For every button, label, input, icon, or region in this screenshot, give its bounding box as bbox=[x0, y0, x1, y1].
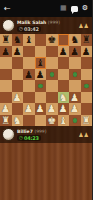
player-rating: (999) bbox=[34, 129, 46, 134]
square-f6[interactable] bbox=[58, 57, 70, 69]
white-pawn: ♟ bbox=[12, 92, 24, 104]
square-h4[interactable] bbox=[81, 80, 93, 92]
square-c6[interactable] bbox=[23, 57, 35, 69]
square-a2[interactable]: ♟ bbox=[0, 103, 12, 115]
captured-pawn-icon: ♟ bbox=[84, 131, 89, 139]
black-pawn: ♟ bbox=[69, 46, 81, 58]
board-icon[interactable]: ▦ bbox=[60, 0, 67, 17]
square-f2[interactable]: ♟ bbox=[58, 103, 70, 115]
black-pawn: ♟ bbox=[0, 46, 12, 58]
legal-move-dot[interactable] bbox=[84, 84, 89, 89]
player-player-bar: Billie7 (999) ◷ 04:23 ♟♟ bbox=[0, 126, 92, 143]
square-a8[interactable]: ♜ bbox=[0, 34, 12, 46]
legal-move-dot[interactable] bbox=[50, 72, 55, 77]
black-king: ♚ bbox=[46, 34, 58, 46]
square-f1[interactable]: ♝ bbox=[58, 115, 70, 127]
opponent-captured-tray: ♟♟ bbox=[78, 22, 90, 30]
square-g4[interactable] bbox=[69, 80, 81, 92]
black-pawn: ♟ bbox=[12, 46, 24, 58]
square-d4[interactable] bbox=[35, 80, 47, 92]
captured-pawn-icon: ♟ bbox=[84, 22, 89, 30]
square-c7[interactable] bbox=[23, 46, 35, 58]
square-h6[interactable] bbox=[81, 57, 93, 69]
player-info: Billie7 (999) ◷ 04:23 bbox=[17, 129, 46, 141]
white-rook: ♜ bbox=[81, 115, 93, 127]
legal-move-dot[interactable] bbox=[38, 84, 43, 89]
square-b3[interactable]: ♟ bbox=[12, 92, 24, 104]
player-clock: ◷ 04:23 bbox=[17, 135, 41, 141]
black-bishop: ♝ bbox=[23, 34, 35, 46]
white-knight: ♞ bbox=[58, 92, 70, 104]
square-a6[interactable] bbox=[0, 57, 12, 69]
square-f4[interactable] bbox=[58, 80, 70, 92]
square-g6[interactable] bbox=[69, 57, 81, 69]
settings-gear-icon[interactable]: ⚙ bbox=[82, 0, 88, 17]
square-b8[interactable]: ♞ bbox=[12, 34, 24, 46]
white-pawn: ♟ bbox=[69, 103, 81, 115]
square-e1[interactable]: ♚ bbox=[46, 115, 58, 127]
white-rook: ♜ bbox=[0, 115, 12, 127]
square-f8[interactable] bbox=[58, 34, 70, 46]
black-knight: ♞ bbox=[12, 34, 24, 46]
top-action-bar: ← ▦ ⚙ bbox=[0, 0, 92, 17]
white-knight: ♞ bbox=[12, 115, 24, 127]
black-rook: ♜ bbox=[81, 34, 93, 46]
square-c1[interactable] bbox=[23, 115, 35, 127]
square-b1[interactable]: ♞ bbox=[12, 115, 24, 127]
back-arrow-icon[interactable]: ← bbox=[4, 0, 11, 17]
white-pawn: ♟ bbox=[0, 103, 12, 115]
square-c5[interactable]: ♟ bbox=[23, 69, 35, 81]
square-a3[interactable] bbox=[0, 92, 12, 104]
white-pawn: ♟ bbox=[69, 92, 81, 104]
square-a5[interactable] bbox=[0, 69, 12, 81]
black-pawn: ♟ bbox=[23, 69, 35, 81]
chat-icon[interactable] bbox=[71, 6, 78, 12]
square-f7[interactable]: ♟ bbox=[58, 46, 70, 58]
square-b5[interactable] bbox=[12, 69, 24, 81]
opponent-rating: (999) bbox=[48, 20, 60, 25]
square-a7[interactable]: ♟ bbox=[0, 46, 12, 58]
square-e8[interactable]: ♚ bbox=[46, 34, 58, 46]
square-e2[interactable]: ♟ bbox=[46, 103, 58, 115]
square-h7[interactable]: ♟ bbox=[81, 46, 93, 58]
white-king: ♚ bbox=[46, 115, 58, 127]
square-f5[interactable] bbox=[58, 69, 70, 81]
square-b4[interactable] bbox=[12, 80, 24, 92]
opponent-name: Malik Salah (999) bbox=[17, 20, 60, 25]
black-pawn: ♟ bbox=[35, 69, 47, 81]
black-knight: ♞ bbox=[69, 34, 81, 46]
opponent-avatar[interactable] bbox=[2, 19, 15, 32]
square-e7[interactable] bbox=[46, 46, 58, 58]
opponent-info: Malik Salah (999) ◷ 03:42 bbox=[17, 20, 60, 32]
square-c4[interactable] bbox=[23, 80, 35, 92]
square-d7[interactable] bbox=[35, 46, 47, 58]
square-g3[interactable]: ♟ bbox=[69, 92, 81, 104]
square-e5[interactable] bbox=[46, 69, 58, 81]
square-g8[interactable]: ♞ bbox=[69, 34, 81, 46]
square-d8[interactable] bbox=[35, 34, 47, 46]
clock-icon: ◷ bbox=[19, 26, 23, 32]
square-d5[interactable]: ♟ bbox=[35, 69, 47, 81]
square-a4[interactable] bbox=[0, 80, 12, 92]
player-avatar[interactable] bbox=[2, 128, 15, 141]
black-rook: ♜ bbox=[0, 34, 12, 46]
black-pawn: ♟ bbox=[81, 46, 93, 58]
square-h5[interactable] bbox=[81, 69, 93, 81]
white-pawn: ♟ bbox=[46, 103, 58, 115]
square-g5[interactable] bbox=[69, 69, 81, 81]
square-h3[interactable] bbox=[81, 92, 93, 104]
white-pawn: ♟ bbox=[58, 103, 70, 115]
clock-icon: ◷ bbox=[19, 135, 23, 141]
white-bishop: ♝ bbox=[58, 115, 70, 127]
player-clock-time: 04:23 bbox=[24, 135, 39, 141]
legal-move-dot[interactable] bbox=[73, 118, 78, 123]
square-e3[interactable] bbox=[46, 92, 58, 104]
square-d1[interactable] bbox=[35, 115, 47, 127]
square-d2[interactable]: ♟ bbox=[35, 103, 47, 115]
square-b2[interactable] bbox=[12, 103, 24, 115]
square-g7[interactable]: ♟ bbox=[69, 46, 81, 58]
opponent-clock-time: 03:42 bbox=[24, 26, 39, 32]
square-f3[interactable]: ♞ bbox=[58, 92, 70, 104]
black-pawn: ♟ bbox=[58, 46, 70, 58]
square-a1[interactable]: ♜ bbox=[0, 115, 12, 127]
chess-board: ♜♞♝♚♞♜♟♟♟♟♟♝♟♟♟♞♟♟♟♟♟♟♟♜♞♚♝♜ bbox=[0, 34, 92, 126]
square-h8[interactable]: ♜ bbox=[81, 34, 93, 46]
square-e6[interactable] bbox=[46, 57, 58, 69]
opponent-player-bar: Malik Salah (999) ◷ 03:42 ♟♟ bbox=[0, 17, 92, 34]
white-pawn: ♟ bbox=[23, 103, 35, 115]
player-name: Billie7 (999) bbox=[17, 129, 46, 134]
square-b7[interactable]: ♟ bbox=[12, 46, 24, 58]
square-g2[interactable]: ♟ bbox=[69, 103, 81, 115]
app-screen: ← ▦ ⚙ Malik Salah (999) ◷ 03:42 ♟♟ ♜♞♝♚♞… bbox=[0, 0, 92, 200]
square-c2[interactable]: ♟ bbox=[23, 103, 35, 115]
square-c3[interactable] bbox=[23, 92, 35, 104]
black-bishop: ♝ bbox=[35, 57, 47, 69]
square-h1[interactable]: ♜ bbox=[81, 115, 93, 127]
opponent-clock: ◷ 03:42 bbox=[17, 26, 41, 32]
square-d3[interactable] bbox=[35, 92, 47, 104]
square-c8[interactable]: ♝ bbox=[23, 34, 35, 46]
player-captured-tray: ♟♟ bbox=[78, 131, 90, 139]
square-e4[interactable] bbox=[46, 80, 58, 92]
square-h2[interactable] bbox=[81, 103, 93, 115]
white-pawn: ♟ bbox=[35, 103, 47, 115]
square-b6[interactable] bbox=[12, 57, 24, 69]
square-g1[interactable] bbox=[69, 115, 81, 127]
square-d6[interactable]: ♝ bbox=[35, 57, 47, 69]
legal-move-dot[interactable] bbox=[73, 72, 78, 77]
